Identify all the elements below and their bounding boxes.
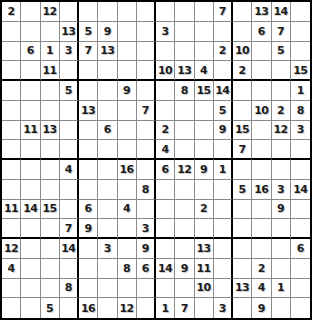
- empty-cell-r15c10[interactable]: [175, 279, 194, 299]
- empty-cell-r16c1[interactable]: [2, 298, 21, 318]
- empty-cell-r8c7[interactable]: [118, 140, 137, 160]
- given-cell-r4c13[interactable]: 2: [233, 61, 252, 81]
- given-cell-r1c1[interactable]: 2: [2, 2, 21, 22]
- empty-cell-r2c11[interactable]: [195, 22, 214, 42]
- empty-cell-r16c2[interactable]: [21, 298, 40, 318]
- empty-cell-r1c9[interactable]: [156, 2, 175, 22]
- empty-cell-r11c6[interactable]: [98, 200, 117, 220]
- empty-cell-r14c5[interactable]: [79, 259, 98, 279]
- given-cell-r1c14[interactable]: 13: [252, 2, 271, 22]
- given-cell-r7c15[interactable]: 12: [272, 121, 291, 141]
- empty-cell-r8c6[interactable]: [98, 140, 117, 160]
- empty-cell-r16c6[interactable]: [98, 298, 117, 318]
- given-cell-r8c13[interactable]: 7: [233, 140, 252, 160]
- empty-cell-r11c14[interactable]: [252, 200, 271, 220]
- empty-cell-r12c13[interactable]: [233, 219, 252, 239]
- empty-cell-r8c1[interactable]: [2, 140, 21, 160]
- given-cell-r6c15[interactable]: 2: [272, 101, 291, 121]
- empty-cell-r12c11[interactable]: [195, 219, 214, 239]
- given-cell-r5c16[interactable]: 1: [291, 81, 310, 101]
- given-cell-r16c12[interactable]: 3: [214, 298, 233, 318]
- given-cell-r7c12[interactable]: 9: [214, 121, 233, 141]
- given-cell-r13c11[interactable]: 13: [195, 239, 214, 259]
- given-cell-r6c12[interactable]: 5: [214, 101, 233, 121]
- empty-cell-r4c8[interactable]: [137, 61, 156, 81]
- empty-cell-r6c2[interactable]: [21, 101, 40, 121]
- empty-cell-r4c2[interactable]: [21, 61, 40, 81]
- empty-cell-r9c6[interactable]: [98, 160, 117, 180]
- empty-cell-r12c15[interactable]: [272, 219, 291, 239]
- given-cell-r5c7[interactable]: 9: [118, 81, 137, 101]
- given-cell-r10c8[interactable]: 8: [137, 180, 156, 200]
- empty-cell-r9c3[interactable]: [41, 160, 60, 180]
- given-cell-r10c16[interactable]: 14: [291, 180, 310, 200]
- empty-cell-r16c4[interactable]: [60, 298, 79, 318]
- empty-cell-r10c5[interactable]: [79, 180, 98, 200]
- given-cell-r3c2[interactable]: 6: [21, 42, 40, 62]
- empty-cell-r4c5[interactable]: [79, 61, 98, 81]
- empty-cell-r3c8[interactable]: [137, 42, 156, 62]
- given-cell-r15c15[interactable]: 1: [272, 279, 291, 299]
- given-cell-r7c6[interactable]: 6: [98, 121, 117, 141]
- given-cell-r5c11[interactable]: 15: [195, 81, 214, 101]
- empty-cell-r12c10[interactable]: [175, 219, 194, 239]
- empty-cell-r16c11[interactable]: [195, 298, 214, 318]
- empty-cell-r10c10[interactable]: [175, 180, 194, 200]
- empty-cell-r7c1[interactable]: [2, 121, 21, 141]
- empty-cell-r7c8[interactable]: [137, 121, 156, 141]
- empty-cell-r16c13[interactable]: [233, 298, 252, 318]
- given-cell-r4c11[interactable]: 4: [195, 61, 214, 81]
- empty-cell-r13c7[interactable]: [118, 239, 137, 259]
- given-cell-r5c10[interactable]: 8: [175, 81, 194, 101]
- given-cell-r4c9[interactable]: 10: [156, 61, 175, 81]
- given-cell-r7c13[interactable]: 15: [233, 121, 252, 141]
- empty-cell-r5c6[interactable]: [98, 81, 117, 101]
- empty-cell-r11c13[interactable]: [233, 200, 252, 220]
- empty-cell-r8c8[interactable]: [137, 140, 156, 160]
- given-cell-r16c10[interactable]: 7: [175, 298, 194, 318]
- given-cell-r2c15[interactable]: 7: [272, 22, 291, 42]
- empty-cell-r9c16[interactable]: [291, 160, 310, 180]
- empty-cell-r13c5[interactable]: [79, 239, 98, 259]
- empty-cell-r10c12[interactable]: [214, 180, 233, 200]
- empty-cell-r14c3[interactable]: [41, 259, 60, 279]
- empty-cell-r3c9[interactable]: [156, 42, 175, 62]
- empty-cell-r12c12[interactable]: [214, 219, 233, 239]
- empty-cell-r11c10[interactable]: [175, 200, 194, 220]
- empty-cell-r14c2[interactable]: [21, 259, 40, 279]
- empty-cell-r14c15[interactable]: [272, 259, 291, 279]
- given-cell-r6c5[interactable]: 13: [79, 101, 98, 121]
- given-cell-r3c6[interactable]: 13: [98, 42, 117, 62]
- given-cell-r3c13[interactable]: 10: [233, 42, 252, 62]
- empty-cell-r9c14[interactable]: [252, 160, 271, 180]
- empty-cell-r8c15[interactable]: [272, 140, 291, 160]
- empty-cell-r10c3[interactable]: [41, 180, 60, 200]
- empty-cell-r13c15[interactable]: [272, 239, 291, 259]
- empty-cell-r5c1[interactable]: [2, 81, 21, 101]
- empty-cell-r5c8[interactable]: [137, 81, 156, 101]
- empty-cell-r8c14[interactable]: [252, 140, 271, 160]
- empty-cell-r8c11[interactable]: [195, 140, 214, 160]
- empty-cell-r4c15[interactable]: [272, 61, 291, 81]
- given-cell-r13c1[interactable]: 12: [2, 239, 21, 259]
- given-cell-r16c9[interactable]: 1: [156, 298, 175, 318]
- empty-cell-r15c1[interactable]: [2, 279, 21, 299]
- given-cell-r5c12[interactable]: 14: [214, 81, 233, 101]
- given-cell-r13c16[interactable]: 6: [291, 239, 310, 259]
- empty-cell-r3c14[interactable]: [252, 42, 271, 62]
- empty-cell-r7c10[interactable]: [175, 121, 194, 141]
- empty-cell-r15c6[interactable]: [98, 279, 117, 299]
- empty-cell-r13c3[interactable]: [41, 239, 60, 259]
- empty-cell-r1c7[interactable]: [118, 2, 137, 22]
- empty-cell-r6c4[interactable]: [60, 101, 79, 121]
- empty-cell-r13c13[interactable]: [233, 239, 252, 259]
- given-cell-r12c4[interactable]: 7: [60, 219, 79, 239]
- empty-cell-r5c15[interactable]: [272, 81, 291, 101]
- given-cell-r9c4[interactable]: 4: [60, 160, 79, 180]
- empty-cell-r1c13[interactable]: [233, 2, 252, 22]
- empty-cell-r2c1[interactable]: [2, 22, 21, 42]
- empty-cell-r7c5[interactable]: [79, 121, 98, 141]
- empty-cell-r12c7[interactable]: [118, 219, 137, 239]
- empty-cell-r5c14[interactable]: [252, 81, 271, 101]
- empty-cell-r12c6[interactable]: [98, 219, 117, 239]
- given-cell-r2c4[interactable]: 13: [60, 22, 79, 42]
- empty-cell-r9c1[interactable]: [2, 160, 21, 180]
- empty-cell-r6c9[interactable]: [156, 101, 175, 121]
- empty-cell-r2c8[interactable]: [137, 22, 156, 42]
- given-cell-r14c7[interactable]: 8: [118, 259, 137, 279]
- empty-cell-r4c12[interactable]: [214, 61, 233, 81]
- given-cell-r11c5[interactable]: 6: [79, 200, 98, 220]
- empty-cell-r14c4[interactable]: [60, 259, 79, 279]
- empty-cell-r14c6[interactable]: [98, 259, 117, 279]
- empty-cell-r11c12[interactable]: [214, 200, 233, 220]
- given-cell-r9c12[interactable]: 1: [214, 160, 233, 180]
- empty-cell-r6c10[interactable]: [175, 101, 194, 121]
- given-cell-r6c16[interactable]: 8: [291, 101, 310, 121]
- empty-cell-r13c10[interactable]: [175, 239, 194, 259]
- given-cell-r7c3[interactable]: 13: [41, 121, 60, 141]
- given-cell-r3c5[interactable]: 7: [79, 42, 98, 62]
- empty-cell-r12c9[interactable]: [156, 219, 175, 239]
- empty-cell-r4c7[interactable]: [118, 61, 137, 81]
- empty-cell-r11c9[interactable]: [156, 200, 175, 220]
- empty-cell-r6c11[interactable]: [195, 101, 214, 121]
- given-cell-r3c12[interactable]: 2: [214, 42, 233, 62]
- empty-cell-r6c7[interactable]: [118, 101, 137, 121]
- empty-cell-r10c4[interactable]: [60, 180, 79, 200]
- empty-cell-r2c16[interactable]: [291, 22, 310, 42]
- given-cell-r14c9[interactable]: 14: [156, 259, 175, 279]
- given-cell-r1c3[interactable]: 12: [41, 2, 60, 22]
- empty-cell-r9c8[interactable]: [137, 160, 156, 180]
- empty-cell-r12c16[interactable]: [291, 219, 310, 239]
- given-cell-r7c16[interactable]: 3: [291, 121, 310, 141]
- given-cell-r2c5[interactable]: 5: [79, 22, 98, 42]
- empty-cell-r12c2[interactable]: [21, 219, 40, 239]
- given-cell-r12c5[interactable]: 9: [79, 219, 98, 239]
- empty-cell-r13c14[interactable]: [252, 239, 271, 259]
- empty-cell-r2c10[interactable]: [175, 22, 194, 42]
- empty-cell-r2c7[interactable]: [118, 22, 137, 42]
- empty-cell-r11c4[interactable]: [60, 200, 79, 220]
- given-cell-r14c14[interactable]: 2: [252, 259, 271, 279]
- empty-cell-r12c14[interactable]: [252, 219, 271, 239]
- given-cell-r10c14[interactable]: 16: [252, 180, 271, 200]
- empty-cell-r8c4[interactable]: [60, 140, 79, 160]
- given-cell-r9c9[interactable]: 6: [156, 160, 175, 180]
- given-cell-r1c15[interactable]: 14: [272, 2, 291, 22]
- given-cell-r9c10[interactable]: 12: [175, 160, 194, 180]
- given-cell-r14c11[interactable]: 11: [195, 259, 214, 279]
- empty-cell-r8c16[interactable]: [291, 140, 310, 160]
- empty-cell-r11c8[interactable]: [137, 200, 156, 220]
- empty-cell-r8c3[interactable]: [41, 140, 60, 160]
- empty-cell-r14c12[interactable]: [214, 259, 233, 279]
- empty-cell-r1c11[interactable]: [195, 2, 214, 22]
- given-cell-r15c13[interactable]: 13: [233, 279, 252, 299]
- empty-cell-r5c13[interactable]: [233, 81, 252, 101]
- given-cell-r10c13[interactable]: 5: [233, 180, 252, 200]
- empty-cell-r16c15[interactable]: [272, 298, 291, 318]
- empty-cell-r3c16[interactable]: [291, 42, 310, 62]
- empty-cell-r5c2[interactable]: [21, 81, 40, 101]
- given-cell-r4c10[interactable]: 13: [175, 61, 194, 81]
- empty-cell-r9c15[interactable]: [272, 160, 291, 180]
- empty-cell-r3c10[interactable]: [175, 42, 194, 62]
- empty-cell-r12c3[interactable]: [41, 219, 60, 239]
- empty-cell-r1c4[interactable]: [60, 2, 79, 22]
- given-cell-r15c11[interactable]: 10: [195, 279, 214, 299]
- given-cell-r7c9[interactable]: 2: [156, 121, 175, 141]
- empty-cell-r5c5[interactable]: [79, 81, 98, 101]
- given-cell-r9c7[interactable]: 16: [118, 160, 137, 180]
- empty-cell-r5c9[interactable]: [156, 81, 175, 101]
- given-cell-r15c4[interactable]: 8: [60, 279, 79, 299]
- given-cell-r3c4[interactable]: 3: [60, 42, 79, 62]
- given-cell-r3c3[interactable]: 1: [41, 42, 60, 62]
- given-cell-r2c14[interactable]: 6: [252, 22, 271, 42]
- given-cell-r13c4[interactable]: 14: [60, 239, 79, 259]
- given-cell-r8c9[interactable]: 4: [156, 140, 175, 160]
- empty-cell-r3c7[interactable]: [118, 42, 137, 62]
- empty-cell-r10c11[interactable]: [195, 180, 214, 200]
- given-cell-r14c8[interactable]: 6: [137, 259, 156, 279]
- given-cell-r13c6[interactable]: 3: [98, 239, 117, 259]
- given-cell-r11c1[interactable]: 11: [2, 200, 21, 220]
- empty-cell-r6c3[interactable]: [41, 101, 60, 121]
- given-cell-r12c8[interactable]: 3: [137, 219, 156, 239]
- given-cell-r7c2[interactable]: 11: [21, 121, 40, 141]
- empty-cell-r4c14[interactable]: [252, 61, 271, 81]
- empty-cell-r6c6[interactable]: [98, 101, 117, 121]
- given-cell-r15c14[interactable]: 4: [252, 279, 271, 299]
- given-cell-r11c7[interactable]: 4: [118, 200, 137, 220]
- empty-cell-r3c11[interactable]: [195, 42, 214, 62]
- empty-cell-r13c2[interactable]: [21, 239, 40, 259]
- empty-cell-r7c11[interactable]: [195, 121, 214, 141]
- given-cell-r16c5[interactable]: 16: [79, 298, 98, 318]
- empty-cell-r4c6[interactable]: [98, 61, 117, 81]
- given-cell-r11c11[interactable]: 2: [195, 200, 214, 220]
- empty-cell-r2c13[interactable]: [233, 22, 252, 42]
- given-cell-r1c12[interactable]: 7: [214, 2, 233, 22]
- empty-cell-r3c1[interactable]: [2, 42, 21, 62]
- empty-cell-r15c7[interactable]: [118, 279, 137, 299]
- empty-cell-r10c2[interactable]: [21, 180, 40, 200]
- empty-cell-r12c1[interactable]: [2, 219, 21, 239]
- empty-cell-r4c4[interactable]: [60, 61, 79, 81]
- empty-cell-r8c5[interactable]: [79, 140, 98, 160]
- empty-cell-r15c5[interactable]: [79, 279, 98, 299]
- empty-cell-r8c2[interactable]: [21, 140, 40, 160]
- given-cell-r6c8[interactable]: 7: [137, 101, 156, 121]
- given-cell-r11c3[interactable]: 15: [41, 200, 60, 220]
- empty-cell-r2c3[interactable]: [41, 22, 60, 42]
- empty-cell-r9c13[interactable]: [233, 160, 252, 180]
- empty-cell-r6c1[interactable]: [2, 101, 21, 121]
- given-cell-r3c15[interactable]: 5: [272, 42, 291, 62]
- given-cell-r11c2[interactable]: 14: [21, 200, 40, 220]
- empty-cell-r9c5[interactable]: [79, 160, 98, 180]
- empty-cell-r1c6[interactable]: [98, 2, 117, 22]
- given-cell-r14c10[interactable]: 9: [175, 259, 194, 279]
- empty-cell-r13c12[interactable]: [214, 239, 233, 259]
- given-cell-r16c7[interactable]: 12: [118, 298, 137, 318]
- empty-cell-r13c9[interactable]: [156, 239, 175, 259]
- empty-cell-r10c6[interactable]: [98, 180, 117, 200]
- given-cell-r10c15[interactable]: 3: [272, 180, 291, 200]
- empty-cell-r2c2[interactable]: [21, 22, 40, 42]
- empty-cell-r6c13[interactable]: [233, 101, 252, 121]
- empty-cell-r15c3[interactable]: [41, 279, 60, 299]
- given-cell-r6c14[interactable]: 10: [252, 101, 271, 121]
- empty-cell-r4c1[interactable]: [2, 61, 21, 81]
- given-cell-r14c1[interactable]: 4: [2, 259, 21, 279]
- given-cell-r4c3[interactable]: 11: [41, 61, 60, 81]
- empty-cell-r15c16[interactable]: [291, 279, 310, 299]
- empty-cell-r15c8[interactable]: [137, 279, 156, 299]
- given-cell-r5c4[interactable]: 5: [60, 81, 79, 101]
- empty-cell-r2c12[interactable]: [214, 22, 233, 42]
- given-cell-r11c15[interactable]: 9: [272, 200, 291, 220]
- empty-cell-r9c2[interactable]: [21, 160, 40, 180]
- empty-cell-r14c13[interactable]: [233, 259, 252, 279]
- given-cell-r2c9[interactable]: 3: [156, 22, 175, 42]
- empty-cell-r1c5[interactable]: [79, 2, 98, 22]
- empty-cell-r1c10[interactable]: [175, 2, 194, 22]
- given-cell-r13c8[interactable]: 9: [137, 239, 156, 259]
- empty-cell-r7c14[interactable]: [252, 121, 271, 141]
- given-cell-r16c14[interactable]: 9: [252, 298, 271, 318]
- empty-cell-r10c1[interactable]: [2, 180, 21, 200]
- empty-cell-r7c4[interactable]: [60, 121, 79, 141]
- empty-cell-r7c7[interactable]: [118, 121, 137, 141]
- empty-cell-r16c16[interactable]: [291, 298, 310, 318]
- empty-cell-r8c10[interactable]: [175, 140, 194, 160]
- given-cell-r4c16[interactable]: 15: [291, 61, 310, 81]
- empty-cell-r15c12[interactable]: [214, 279, 233, 299]
- empty-cell-r8c12[interactable]: [214, 140, 233, 160]
- given-cell-r2c6[interactable]: 9: [98, 22, 117, 42]
- empty-cell-r14c16[interactable]: [291, 259, 310, 279]
- empty-cell-r15c9[interactable]: [156, 279, 175, 299]
- hexadoku-board: 2127131413593676137132105111013421559815…: [0, 0, 312, 320]
- given-cell-r9c11[interactable]: 9: [195, 160, 214, 180]
- given-cell-r16c3[interactable]: 5: [41, 298, 60, 318]
- empty-cell-r5c3[interactable]: [41, 81, 60, 101]
- empty-cell-r10c7[interactable]: [118, 180, 137, 200]
- empty-cell-r10c9[interactable]: [156, 180, 175, 200]
- empty-cell-r11c16[interactable]: [291, 200, 310, 220]
- empty-cell-r1c16[interactable]: [291, 2, 310, 22]
- empty-cell-r15c2[interactable]: [21, 279, 40, 299]
- empty-cell-r1c2[interactable]: [21, 2, 40, 22]
- empty-cell-r1c8[interactable]: [137, 2, 156, 22]
- empty-cell-r16c8[interactable]: [137, 298, 156, 318]
